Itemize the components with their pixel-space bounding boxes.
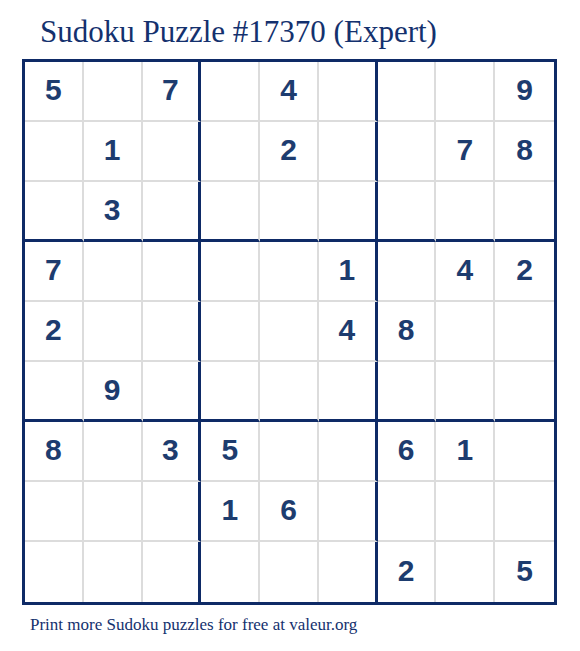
cell-r2c4 bbox=[201, 122, 260, 182]
cell-r2c5: 2 bbox=[260, 122, 319, 182]
cell-r2c6 bbox=[319, 122, 378, 182]
sudoku-grid: 57491278371422489835611625 bbox=[22, 59, 557, 605]
cell-r4c4 bbox=[201, 242, 260, 302]
cell-r3c3 bbox=[143, 182, 202, 242]
cell-r1c7 bbox=[378, 62, 437, 122]
cell-r7c1: 8 bbox=[25, 422, 84, 482]
cell-r2c3 bbox=[143, 122, 202, 182]
cell-r9c1 bbox=[25, 542, 84, 602]
cell-r1c6 bbox=[319, 62, 378, 122]
cell-r1c9: 9 bbox=[495, 62, 554, 122]
cell-r2c9: 8 bbox=[495, 122, 554, 182]
cell-r5c4 bbox=[201, 302, 260, 362]
cell-r6c4 bbox=[201, 362, 260, 422]
footer-text: Print more Sudoku puzzles for free at va… bbox=[30, 615, 357, 635]
cell-r8c7 bbox=[378, 482, 437, 542]
cell-r4c3 bbox=[143, 242, 202, 302]
cell-r7c4: 5 bbox=[201, 422, 260, 482]
cell-r8c1 bbox=[25, 482, 84, 542]
cell-r5c9 bbox=[495, 302, 554, 362]
cell-r7c3: 3 bbox=[143, 422, 202, 482]
cell-r9c5 bbox=[260, 542, 319, 602]
cell-r7c5 bbox=[260, 422, 319, 482]
cell-r6c9 bbox=[495, 362, 554, 422]
cell-r5c8 bbox=[436, 302, 495, 362]
cell-r6c3 bbox=[143, 362, 202, 422]
cell-r1c3: 7 bbox=[143, 62, 202, 122]
cell-r1c2 bbox=[84, 62, 143, 122]
cell-r4c1: 7 bbox=[25, 242, 84, 302]
cell-r8c5: 6 bbox=[260, 482, 319, 542]
cell-r7c7: 6 bbox=[378, 422, 437, 482]
cell-r6c8 bbox=[436, 362, 495, 422]
cell-r5c1: 2 bbox=[25, 302, 84, 362]
cell-r5c5 bbox=[260, 302, 319, 362]
cell-r5c7: 8 bbox=[378, 302, 437, 362]
cell-r5c6: 4 bbox=[319, 302, 378, 362]
cell-r1c5: 4 bbox=[260, 62, 319, 122]
cell-r9c9: 5 bbox=[495, 542, 554, 602]
cell-r4c6: 1 bbox=[319, 242, 378, 302]
cell-r1c1: 5 bbox=[25, 62, 84, 122]
cell-r8c6 bbox=[319, 482, 378, 542]
cell-r4c7 bbox=[378, 242, 437, 302]
cell-r4c8: 4 bbox=[436, 242, 495, 302]
cell-r3c4 bbox=[201, 182, 260, 242]
cell-r3c7 bbox=[378, 182, 437, 242]
cell-r8c9 bbox=[495, 482, 554, 542]
cell-r6c1 bbox=[25, 362, 84, 422]
cell-r2c1 bbox=[25, 122, 84, 182]
cell-r1c4 bbox=[201, 62, 260, 122]
cell-r8c8 bbox=[436, 482, 495, 542]
cell-r9c8 bbox=[436, 542, 495, 602]
cell-r3c8 bbox=[436, 182, 495, 242]
cell-r9c2 bbox=[84, 542, 143, 602]
cell-r4c2 bbox=[84, 242, 143, 302]
cell-r6c5 bbox=[260, 362, 319, 422]
cell-r4c9: 2 bbox=[495, 242, 554, 302]
cell-r6c6 bbox=[319, 362, 378, 422]
cell-r9c3 bbox=[143, 542, 202, 602]
cell-r7c2 bbox=[84, 422, 143, 482]
cell-r2c8: 7 bbox=[436, 122, 495, 182]
sudoku-print-page: Sudoku Puzzle #17370 (Expert) 5749127837… bbox=[0, 0, 580, 651]
cell-r3c5 bbox=[260, 182, 319, 242]
cell-r7c9 bbox=[495, 422, 554, 482]
cell-r6c2: 9 bbox=[84, 362, 143, 422]
cell-r9c7: 2 bbox=[378, 542, 437, 602]
cell-r2c2: 1 bbox=[84, 122, 143, 182]
cell-r5c3 bbox=[143, 302, 202, 362]
cell-r3c6 bbox=[319, 182, 378, 242]
cell-r7c6 bbox=[319, 422, 378, 482]
cell-r2c7 bbox=[378, 122, 437, 182]
cell-r8c2 bbox=[84, 482, 143, 542]
cell-r1c8 bbox=[436, 62, 495, 122]
cell-r4c5 bbox=[260, 242, 319, 302]
cell-r9c6 bbox=[319, 542, 378, 602]
cell-r5c2 bbox=[84, 302, 143, 362]
cell-r6c7 bbox=[378, 362, 437, 422]
cell-r9c4 bbox=[201, 542, 260, 602]
cell-r8c3 bbox=[143, 482, 202, 542]
cell-r3c2: 3 bbox=[84, 182, 143, 242]
cell-r3c9 bbox=[495, 182, 554, 242]
cell-r3c1 bbox=[25, 182, 84, 242]
cell-r8c4: 1 bbox=[201, 482, 260, 542]
page-title: Sudoku Puzzle #17370 (Expert) bbox=[40, 14, 437, 50]
cell-r7c8: 1 bbox=[436, 422, 495, 482]
